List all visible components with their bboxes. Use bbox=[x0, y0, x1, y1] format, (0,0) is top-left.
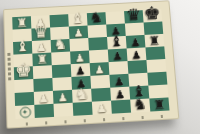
square-h6[interactable] bbox=[111, 100, 131, 114]
square-a7[interactable]: ♛ bbox=[124, 10, 144, 23]
square-f3[interactable] bbox=[52, 77, 72, 91]
piece-white-pawn-b4[interactable]: ♟ bbox=[73, 28, 83, 39]
square-h5[interactable]: ♟ bbox=[92, 101, 112, 115]
square-e4[interactable]: ♟ bbox=[71, 63, 91, 77]
piece-black-rook-c8[interactable]: ♜ bbox=[148, 34, 160, 47]
square-g1[interactable] bbox=[15, 92, 35, 106]
square-e2[interactable] bbox=[33, 65, 53, 79]
board-grid: ♜♟♝♞♛♚♛♟♟♝♟♞♝♟♜♜♟♟♟♚♟♟♟♟♟♟♞♟♝✦♟♞♜ bbox=[12, 9, 169, 119]
square-h2[interactable] bbox=[34, 104, 54, 118]
piece-white-bishop-c1[interactable]: ♝ bbox=[16, 39, 30, 54]
square-h7[interactable]: ♞ bbox=[130, 98, 150, 112]
square-c8[interactable]: ♜ bbox=[145, 34, 165, 48]
square-a1[interactable]: ♜ bbox=[12, 16, 31, 29]
square-a8[interactable]: ♚ bbox=[143, 9, 163, 22]
piece-black-queen-a7[interactable]: ♛ bbox=[126, 7, 142, 24]
board-logo-compass-icon: ✦ bbox=[19, 106, 31, 118]
square-f8[interactable] bbox=[147, 72, 167, 86]
square-h8[interactable]: ♜ bbox=[149, 97, 169, 111]
square-a5[interactable]: ♞ bbox=[87, 12, 106, 25]
photo-scene: ♜♟♝♞♛♚♛♟♟♝♟♞♝♟♜♜♟♟♟♚♟♟♟♟♟♟♞♟♝✦♟♞♜ bbox=[0, 0, 200, 134]
piece-black-knight-h7[interactable]: ♞ bbox=[133, 97, 148, 113]
piece-white-knight-c3[interactable]: ♞ bbox=[53, 37, 67, 52]
square-e7[interactable] bbox=[128, 60, 148, 74]
piece-white-pawn-g3[interactable]: ♟ bbox=[58, 92, 68, 104]
square-g3[interactable]: ♟ bbox=[53, 90, 73, 104]
square-g4[interactable]: ♞ bbox=[72, 89, 92, 103]
piece-black-pawn-g6[interactable]: ♟ bbox=[115, 89, 126, 101]
piece-white-pawn-g2[interactable]: ♟ bbox=[38, 93, 48, 105]
square-d3[interactable] bbox=[51, 52, 71, 66]
piece-white-pawn-h5[interactable]: ♟ bbox=[97, 103, 108, 115]
square-d5[interactable] bbox=[89, 49, 109, 63]
piece-black-pawn-e4[interactable]: ♟ bbox=[75, 65, 85, 76]
square-a4[interactable]: ♝ bbox=[68, 13, 87, 26]
square-d2[interactable]: ♜ bbox=[32, 53, 51, 67]
square-e6[interactable] bbox=[109, 61, 129, 75]
board-border: ♜♟♝♞♛♚♛♟♟♝♟♞♝♟♜♜♟♟♟♚♟♟♟♟♟♟♞♟♝✦♟♞♜ bbox=[3, 0, 179, 128]
square-e3[interactable] bbox=[52, 64, 72, 78]
square-h4[interactable] bbox=[73, 102, 93, 116]
chess-board: ♜♟♝♞♛♚♛♟♟♝♟♞♝♟♜♜♟♟♟♚♟♟♟♟♟♟♞♟♝✦♟♞♜ bbox=[3, 0, 179, 128]
square-f1[interactable] bbox=[14, 79, 34, 93]
square-b2[interactable]: ♛ bbox=[31, 28, 50, 41]
piece-white-rook-a1[interactable]: ♜ bbox=[16, 16, 28, 29]
square-a6[interactable] bbox=[105, 11, 124, 24]
square-c1[interactable]: ♝ bbox=[13, 41, 32, 55]
square-c3[interactable]: ♞ bbox=[51, 39, 70, 53]
square-d4[interactable]: ♟ bbox=[70, 50, 90, 64]
square-f2[interactable] bbox=[33, 78, 53, 92]
piece-black-rook-h8[interactable]: ♜ bbox=[153, 98, 166, 112]
square-c7[interactable]: ♟ bbox=[126, 35, 146, 49]
square-g6[interactable]: ♟ bbox=[110, 87, 130, 101]
piece-black-knight-a5[interactable]: ♞ bbox=[89, 10, 103, 25]
square-c5[interactable] bbox=[88, 37, 108, 51]
piece-white-rook-d2[interactable]: ♜ bbox=[36, 53, 48, 66]
piece-black-pawn-c7[interactable]: ♟ bbox=[130, 37, 141, 48]
piece-black-pawn-d6[interactable]: ♟ bbox=[112, 51, 123, 62]
square-d6[interactable]: ♟ bbox=[108, 48, 128, 62]
square-e5[interactable]: ♟ bbox=[90, 62, 110, 76]
piece-black-pawn-d7[interactable]: ♟ bbox=[131, 50, 142, 61]
square-f5[interactable] bbox=[90, 75, 110, 89]
piece-white-king-e1[interactable]: ♚ bbox=[15, 60, 33, 80]
piece-black-pawn-f6[interactable]: ♟ bbox=[114, 76, 125, 87]
square-c6[interactable]: ♝ bbox=[107, 36, 127, 50]
square-e1[interactable]: ♚ bbox=[14, 66, 33, 80]
piece-white-bishop-a4[interactable]: ♝ bbox=[71, 11, 85, 26]
square-h3[interactable] bbox=[53, 103, 73, 117]
square-c4[interactable] bbox=[69, 38, 88, 52]
square-g2[interactable]: ♟ bbox=[34, 91, 54, 105]
square-b5[interactable] bbox=[88, 25, 107, 38]
piece-white-pawn-e5[interactable]: ♟ bbox=[94, 64, 105, 75]
piece-white-knight-g4[interactable]: ♞ bbox=[75, 87, 89, 103]
square-b7[interactable] bbox=[125, 22, 145, 35]
square-b4[interactable]: ♟ bbox=[69, 26, 88, 39]
square-d8[interactable] bbox=[145, 46, 165, 60]
board-brand-text bbox=[7, 53, 11, 83]
piece-black-king-a8[interactable]: ♚ bbox=[143, 4, 161, 23]
square-f6[interactable]: ♟ bbox=[109, 74, 129, 88]
square-a3[interactable] bbox=[50, 14, 69, 27]
square-g5[interactable] bbox=[91, 88, 111, 102]
piece-white-queen-b2[interactable]: ♛ bbox=[33, 24, 49, 41]
square-e8[interactable] bbox=[146, 59, 166, 73]
square-d7[interactable]: ♟ bbox=[127, 47, 147, 61]
piece-black-bishop-c6[interactable]: ♝ bbox=[110, 34, 124, 49]
piece-white-pawn-d4[interactable]: ♟ bbox=[75, 53, 85, 64]
square-h1[interactable]: ✦ bbox=[15, 105, 35, 119]
